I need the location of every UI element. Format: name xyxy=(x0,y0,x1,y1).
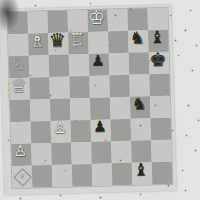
square-f6[interactable] xyxy=(109,53,130,76)
square-c1[interactable] xyxy=(52,164,73,187)
piece-white-queen[interactable]: ♕ xyxy=(8,74,29,97)
square-b4[interactable] xyxy=(30,99,51,122)
square-f4[interactable] xyxy=(110,97,131,120)
square-d1[interactable] xyxy=(72,164,93,187)
square-g7[interactable]: ♞ xyxy=(128,30,149,53)
piece-white-king[interactable]: ♔ xyxy=(86,5,107,28)
square-d2[interactable] xyxy=(71,142,92,165)
square-d5[interactable] xyxy=(69,76,90,99)
square-a1[interactable]: ♕ xyxy=(12,166,33,189)
crown-diamond-stamp-icon: ♕ xyxy=(13,168,31,186)
square-f7[interactable] xyxy=(108,31,129,54)
piece-white-pawn[interactable]: ♙ xyxy=(49,117,70,140)
square-c5[interactable] xyxy=(49,77,70,100)
piece-black-knight[interactable]: ♞ xyxy=(129,92,150,115)
square-e5[interactable] xyxy=(89,75,110,98)
square-f5[interactable] xyxy=(109,75,130,98)
square-h1[interactable] xyxy=(152,162,173,185)
square-g3[interactable] xyxy=(131,118,152,141)
square-a4[interactable] xyxy=(10,100,31,123)
square-b3[interactable] xyxy=(31,121,52,144)
square-f1[interactable] xyxy=(112,163,133,186)
square-b6[interactable] xyxy=(29,55,50,78)
square-e8[interactable]: ♔ xyxy=(87,9,108,32)
square-d7[interactable]: ♖ xyxy=(68,32,89,55)
square-h3[interactable] xyxy=(151,118,172,141)
piece-white-knight[interactable]: ♘ xyxy=(8,52,29,75)
piece-black-queen[interactable]: ♛ xyxy=(47,29,68,52)
square-f3[interactable] xyxy=(111,119,132,142)
square-e2[interactable] xyxy=(91,141,112,164)
square-e3[interactable]: ♟ xyxy=(91,119,112,142)
square-d3[interactable] xyxy=(71,120,92,143)
square-d4[interactable] xyxy=(70,98,91,121)
square-e1[interactable] xyxy=(92,163,113,186)
square-b5[interactable] xyxy=(29,77,50,100)
square-g4[interactable]: ♞ xyxy=(130,96,151,119)
square-h5[interactable] xyxy=(149,74,170,97)
square-f2[interactable] xyxy=(111,141,132,164)
piece-white-pawn[interactable]: ♙ xyxy=(10,140,31,163)
square-c2[interactable] xyxy=(51,142,72,165)
square-c3[interactable]: ♙ xyxy=(51,120,72,143)
square-b1[interactable] xyxy=(32,165,53,188)
square-b2[interactable] xyxy=(31,143,52,166)
square-g1[interactable]: ♝ xyxy=(132,162,153,185)
square-b7[interactable]: ♗ xyxy=(28,33,49,56)
chess-board: © SCHACH ♔♗♛♖♞♝♘♟♚♕♞♙♟♙♕♝ xyxy=(0,5,177,196)
piece-white-rook[interactable]: ♖ xyxy=(67,28,88,51)
square-h4[interactable] xyxy=(150,96,171,119)
square-f8[interactable] xyxy=(107,9,128,32)
board-grid: ♔♗♛♖♞♝♘♟♚♕♞♙♟♙♕♝ xyxy=(8,8,173,188)
piece-black-pawn[interactable]: ♟ xyxy=(89,115,110,138)
square-d6[interactable] xyxy=(69,54,90,77)
square-h2[interactable] xyxy=(151,140,172,163)
square-c7[interactable]: ♛ xyxy=(48,33,69,56)
square-g6[interactable] xyxy=(129,52,150,75)
piece-black-bishop[interactable]: ♝ xyxy=(147,26,168,49)
chessboard-photo: © SCHACH ♔♗♛♖♞♝♘♟♚♕♞♙♟♙♕♝ xyxy=(0,0,200,200)
square-h6[interactable]: ♚ xyxy=(149,52,170,75)
piece-white-bishop[interactable]: ♗ xyxy=(27,29,48,52)
square-c6[interactable] xyxy=(49,55,70,78)
piece-black-pawn[interactable]: ♟ xyxy=(88,49,109,72)
square-a5[interactable]: ♕ xyxy=(9,78,30,101)
square-e6[interactable]: ♟ xyxy=(89,53,110,76)
piece-black-king[interactable]: ♚ xyxy=(148,48,169,71)
square-a8[interactable] xyxy=(8,12,29,35)
piece-black-knight[interactable]: ♞ xyxy=(127,26,148,49)
square-a2[interactable]: ♙ xyxy=(11,144,32,167)
piece-black-bishop[interactable]: ♝ xyxy=(131,158,152,181)
photo-grain xyxy=(0,0,1,1)
